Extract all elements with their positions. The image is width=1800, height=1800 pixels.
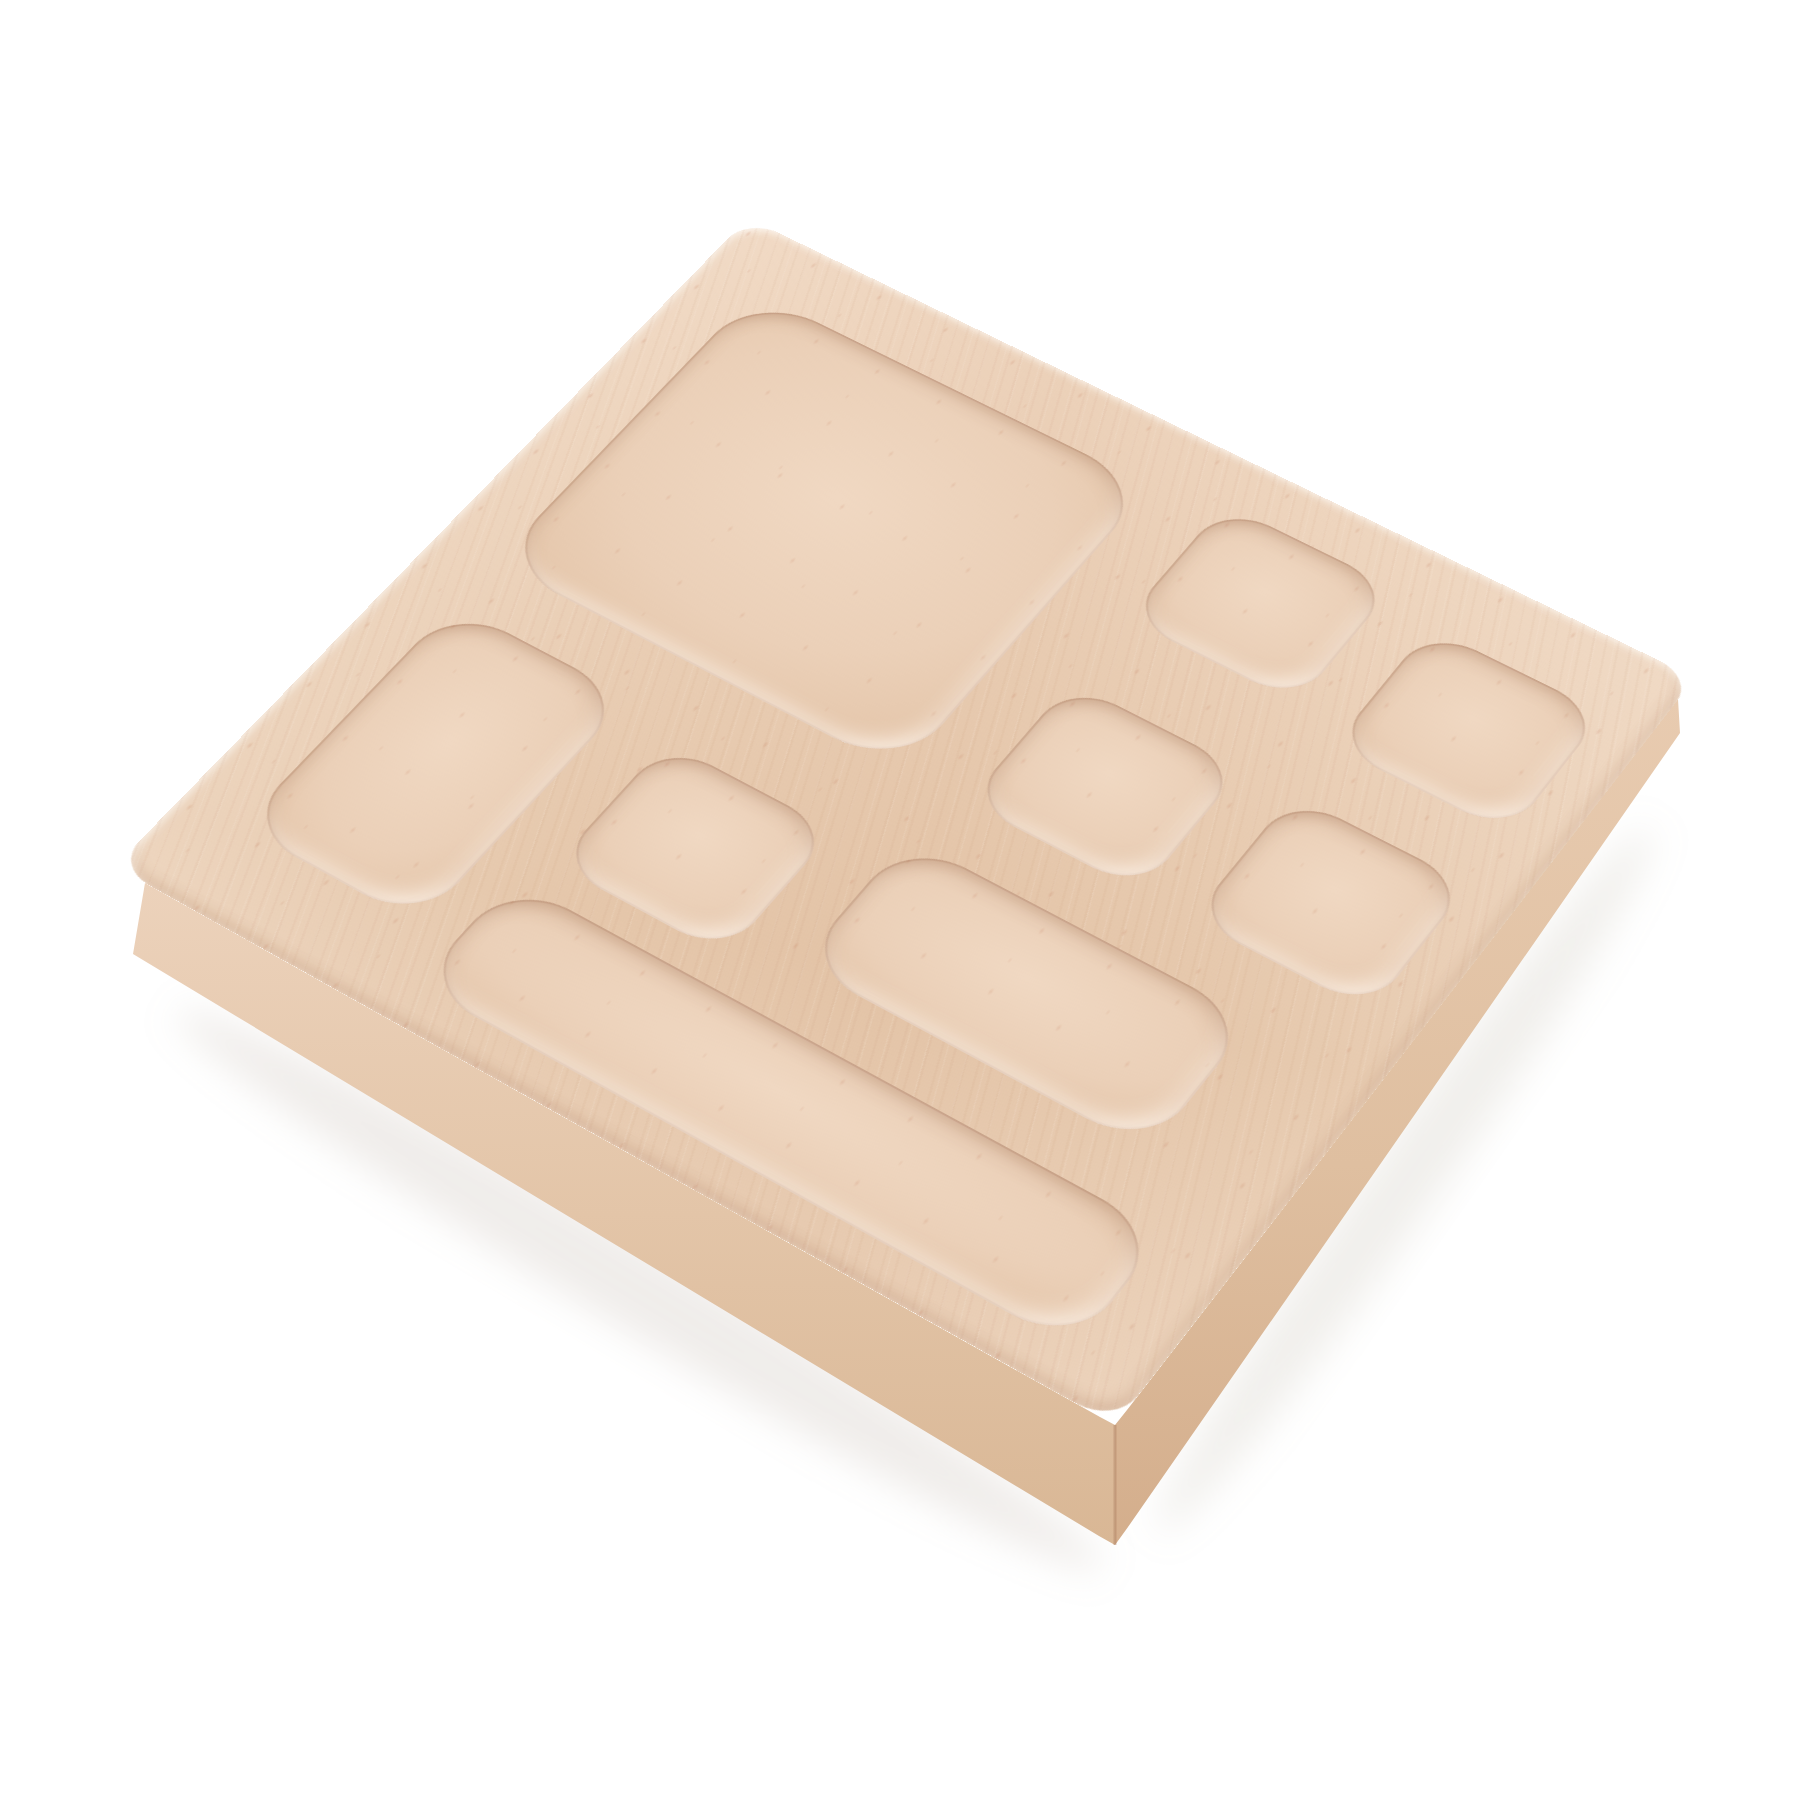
recess-small-square-3	[967, 682, 1243, 893]
recess-small-square-1	[1126, 504, 1394, 704]
recess-small-square-4	[1191, 794, 1470, 1011]
recess-small-square-2	[1332, 627, 1604, 834]
product-photo-scene	[0, 0, 1800, 1800]
